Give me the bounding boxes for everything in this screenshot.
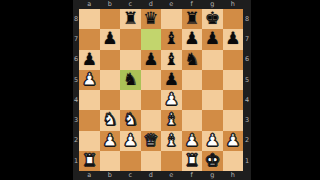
square-h3[interactable] (223, 110, 244, 130)
square-f6[interactable]: ♞ (182, 50, 203, 70)
square-g7[interactable]: ♟ (202, 29, 223, 49)
coordinate-label-h: h (223, 171, 244, 180)
square-a3[interactable] (79, 110, 100, 130)
piece-white-queen: ♛ (143, 132, 158, 150)
square-c3[interactable]: ♞ (120, 110, 141, 130)
square-b1[interactable] (100, 151, 121, 171)
square-b4[interactable] (100, 90, 121, 110)
square-d4[interactable] (141, 90, 162, 110)
square-g5[interactable] (202, 70, 223, 90)
coordinate-label-d: d (141, 171, 162, 180)
square-a5[interactable]: ♟ (79, 70, 100, 90)
square-d3[interactable] (141, 110, 162, 130)
piece-black-pawn: ♟ (82, 51, 97, 69)
piece-black-rook: ♜ (123, 10, 138, 28)
piece-white-pawn: ♟ (102, 132, 117, 150)
board-frame: abcdefgh abcdefgh 87654321 87654321 ♜♛♜♚… (73, 0, 251, 180)
square-c8[interactable]: ♜ (120, 9, 141, 29)
coordinate-label-8: 8 (243, 9, 251, 29)
coordinate-label-2: 2 (243, 131, 251, 151)
coordinate-label-a: a (79, 0, 100, 9)
piece-black-knight: ♞ (123, 71, 138, 89)
piece-white-king: ♚ (205, 152, 220, 170)
square-h5[interactable] (223, 70, 244, 90)
square-d1[interactable] (141, 151, 162, 171)
square-f5[interactable] (182, 70, 203, 90)
square-e7[interactable]: ♝ (161, 29, 182, 49)
coordinate-label-h: h (223, 0, 244, 9)
square-d6[interactable]: ♟ (141, 50, 162, 70)
piece-white-bishop: ♝ (164, 132, 179, 150)
square-f8[interactable]: ♜ (182, 9, 203, 29)
square-a8[interactable] (79, 9, 100, 29)
square-e8[interactable] (161, 9, 182, 29)
coordinate-label-3: 3 (243, 110, 251, 130)
piece-black-pawn: ♟ (143, 51, 158, 69)
square-h2[interactable]: ♟ (223, 131, 244, 151)
square-f7[interactable]: ♟ (182, 29, 203, 49)
coordinate-label-d: d (141, 0, 162, 9)
square-h4[interactable] (223, 90, 244, 110)
piece-black-bishop: ♝ (164, 30, 179, 48)
piece-white-knight: ♞ (102, 111, 117, 129)
coordinate-label-f: f (182, 0, 203, 9)
square-c1[interactable] (120, 151, 141, 171)
square-e3[interactable]: ♝ (161, 110, 182, 130)
piece-white-pawn: ♟ (164, 91, 179, 109)
square-h1[interactable] (223, 151, 244, 171)
square-c7[interactable] (120, 29, 141, 49)
square-g4[interactable] (202, 90, 223, 110)
square-e6[interactable]: ♝ (161, 50, 182, 70)
coordinate-label-a: a (79, 171, 100, 180)
letterbox-right (251, 0, 320, 180)
piece-white-pawn: ♟ (205, 132, 220, 150)
square-a2[interactable] (79, 131, 100, 151)
rank-labels-right: 87654321 (243, 9, 251, 171)
square-d2[interactable]: ♛ (141, 131, 162, 151)
file-labels-bottom: abcdefgh (79, 171, 243, 180)
square-h6[interactable] (223, 50, 244, 70)
coordinate-label-e: e (161, 171, 182, 180)
piece-black-knight: ♞ (184, 51, 199, 69)
piece-white-pawn: ♟ (225, 132, 240, 150)
square-d7[interactable] (141, 29, 162, 49)
square-b7[interactable]: ♟ (100, 29, 121, 49)
square-g3[interactable] (202, 110, 223, 130)
square-f3[interactable] (182, 110, 203, 130)
piece-black-queen: ♛ (143, 10, 158, 28)
piece-white-pawn: ♟ (82, 71, 97, 89)
piece-black-pawn: ♟ (225, 30, 240, 48)
square-d8[interactable]: ♛ (141, 9, 162, 29)
piece-black-bishop: ♝ (164, 51, 179, 69)
piece-black-pawn: ♟ (184, 30, 199, 48)
square-f1[interactable]: ♜ (182, 151, 203, 171)
square-e1[interactable] (161, 151, 182, 171)
coordinate-label-c: c (120, 171, 141, 180)
piece-white-pawn: ♟ (123, 132, 138, 150)
piece-black-pawn: ♟ (102, 30, 117, 48)
chess-board: ♜♛♜♚♟♝♟♟♟♟♟♝♞♟♞♟♟♞♞♝♟♟♛♝♟♟♟♜♜♚ (79, 9, 243, 171)
square-c4[interactable] (120, 90, 141, 110)
coordinate-label-7: 7 (243, 29, 251, 49)
coordinate-label-c: c (120, 0, 141, 9)
coordinate-label-g: g (202, 0, 223, 9)
coordinate-label-e: e (161, 0, 182, 9)
coordinate-label-4: 4 (243, 90, 251, 110)
coordinate-label-1: 1 (243, 151, 251, 171)
square-g1[interactable]: ♚ (202, 151, 223, 171)
coordinate-label-b: b (100, 171, 121, 180)
square-f2[interactable]: ♟ (182, 131, 203, 151)
piece-white-rook: ♜ (82, 152, 97, 170)
square-h8[interactable] (223, 9, 244, 29)
square-h7[interactable]: ♟ (223, 29, 244, 49)
piece-white-rook: ♜ (184, 152, 199, 170)
piece-black-pawn: ♟ (164, 71, 179, 89)
coordinate-label-5: 5 (243, 70, 251, 90)
square-a4[interactable] (79, 90, 100, 110)
square-e5[interactable]: ♟ (161, 70, 182, 90)
square-g6[interactable] (202, 50, 223, 70)
square-b3[interactable]: ♞ (100, 110, 121, 130)
square-g2[interactable]: ♟ (202, 131, 223, 151)
coordinate-label-f: f (182, 171, 203, 180)
piece-white-bishop: ♝ (164, 111, 179, 129)
piece-black-pawn: ♟ (205, 30, 220, 48)
square-b5[interactable] (100, 70, 121, 90)
piece-black-king: ♚ (205, 10, 220, 28)
coordinate-label-g: g (202, 171, 223, 180)
square-f4[interactable] (182, 90, 203, 110)
square-c2[interactable]: ♟ (120, 131, 141, 151)
square-a6[interactable]: ♟ (79, 50, 100, 70)
coordinate-label-6: 6 (243, 50, 251, 70)
piece-black-rook: ♜ (184, 10, 199, 28)
letterbox-left (0, 0, 73, 180)
square-c6[interactable] (120, 50, 141, 70)
square-g8[interactable]: ♚ (202, 9, 223, 29)
square-b8[interactable] (100, 9, 121, 29)
square-c5[interactable]: ♞ (120, 70, 141, 90)
square-e4[interactable]: ♟ (161, 90, 182, 110)
square-a1[interactable]: ♜ (79, 151, 100, 171)
square-e2[interactable]: ♝ (161, 131, 182, 151)
piece-white-pawn: ♟ (184, 132, 199, 150)
square-b6[interactable] (100, 50, 121, 70)
square-d5[interactable] (141, 70, 162, 90)
square-a7[interactable] (79, 29, 100, 49)
file-labels-top: abcdefgh (79, 0, 243, 9)
coordinate-label-b: b (100, 0, 121, 9)
square-b2[interactable]: ♟ (100, 131, 121, 151)
piece-white-knight: ♞ (123, 111, 138, 129)
